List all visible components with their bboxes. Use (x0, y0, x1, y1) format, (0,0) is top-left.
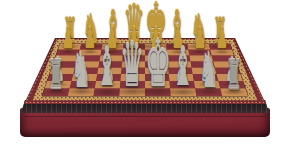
square-g8 (188, 44, 211, 50)
square-a5 (52, 61, 77, 67)
square-d8 (123, 44, 145, 50)
square-c5 (98, 61, 122, 67)
square-f6 (167, 55, 190, 61)
square-f3 (169, 74, 194, 81)
square-e2 (145, 81, 170, 88)
square-b2 (70, 81, 96, 88)
square-a1 (42, 88, 70, 96)
square-h5 (213, 61, 238, 67)
square-c8 (102, 44, 124, 50)
square-h7 (210, 50, 234, 56)
square-e7 (145, 50, 167, 56)
square-h2 (218, 81, 245, 88)
square-e8 (145, 44, 167, 50)
square-g4 (192, 68, 217, 75)
square-g3 (193, 74, 219, 81)
square-e4 (145, 68, 169, 75)
square-h8 (209, 44, 232, 50)
square-f8 (166, 44, 188, 50)
square-h6 (212, 55, 236, 61)
square-g7 (188, 50, 211, 56)
square-b6 (77, 55, 101, 61)
square-a2 (45, 81, 72, 88)
square-f4 (168, 68, 192, 75)
square-c2 (95, 81, 121, 88)
square-d4 (121, 68, 145, 75)
square-d1 (119, 88, 145, 96)
square-e6 (145, 55, 168, 61)
chessboard-surface (0, 0, 290, 148)
square-b5 (75, 61, 99, 67)
square-b1 (68, 88, 95, 96)
square-f1 (170, 88, 196, 96)
square-b4 (73, 68, 98, 75)
square-f7 (167, 50, 190, 56)
square-e1 (145, 88, 171, 96)
square-d7 (123, 50, 145, 56)
square-a6 (54, 55, 78, 61)
square-a4 (50, 68, 76, 75)
square-e5 (145, 61, 168, 67)
square-h4 (215, 68, 241, 75)
square-c1 (94, 88, 120, 96)
square-d3 (121, 74, 146, 81)
square-d5 (122, 61, 145, 67)
square-e3 (145, 74, 170, 81)
square-c3 (96, 74, 121, 81)
square-c4 (97, 68, 121, 75)
square-f2 (170, 81, 196, 88)
square-h1 (220, 88, 248, 96)
square-b3 (72, 74, 98, 81)
square-h3 (217, 74, 243, 81)
square-g2 (194, 81, 220, 88)
square-c6 (100, 55, 123, 61)
square-b8 (80, 44, 103, 50)
square-a7 (56, 50, 80, 56)
square-f5 (168, 61, 192, 67)
chess-set-photo: ♜♞♝♛♚♝♞♜♟♟♟♟♟♟♟♟♟♟♟♟♟♟♟♟♜♞♝♛♚♝♞♜ (0, 0, 290, 148)
square-g1 (195, 88, 222, 96)
square-b7 (78, 50, 101, 56)
square-d6 (122, 55, 145, 61)
square-a8 (58, 44, 81, 50)
square-g6 (189, 55, 213, 61)
square-c7 (101, 50, 124, 56)
square-a3 (47, 74, 73, 81)
square-d2 (120, 81, 145, 88)
square-g5 (191, 61, 215, 67)
